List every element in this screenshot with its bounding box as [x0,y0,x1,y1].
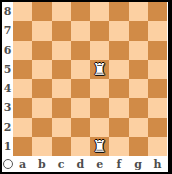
square-c7[interactable] [52,21,71,40]
white-rook[interactable]: ♜ [92,60,106,79]
rank-label-7: 7 [2,21,13,40]
square-d3[interactable] [71,98,90,117]
square-h8[interactable] [148,2,167,21]
square-g8[interactable] [129,2,148,21]
chess-board-window: 8765♜4321♜abcdefgh [0,0,172,174]
square-e2[interactable] [90,118,109,137]
rank-label-3: 3 [2,98,13,117]
square-a3[interactable] [13,98,32,117]
square-a7[interactable] [13,21,32,40]
square-g6[interactable] [129,41,148,60]
square-e5[interactable]: ♜ [90,60,109,79]
square-f3[interactable] [109,98,128,117]
square-c4[interactable] [52,79,71,98]
square-c5[interactable] [52,60,71,79]
file-label-e: e [90,156,109,172]
square-b6[interactable] [32,41,51,60]
square-a2[interactable] [13,118,32,137]
file-label-b: b [32,156,51,172]
file-label-g: g [129,156,148,172]
square-h6[interactable] [148,41,167,60]
square-e1[interactable]: ♜ [90,137,109,156]
square-g2[interactable] [129,118,148,137]
square-e4[interactable] [90,79,109,98]
square-c8[interactable] [52,2,71,21]
square-g3[interactable] [129,98,148,117]
square-b2[interactable] [32,118,51,137]
square-h4[interactable] [148,79,167,98]
square-d5[interactable] [71,60,90,79]
square-g7[interactable] [129,21,148,40]
rank-label-2: 2 [2,118,13,137]
square-g4[interactable] [129,79,148,98]
chess-board: 8765♜4321♜abcdefgh [2,2,168,172]
square-f7[interactable] [109,21,128,40]
rank-label-6: 6 [2,41,13,60]
square-b5[interactable] [32,60,51,79]
square-c3[interactable] [52,98,71,117]
square-a5[interactable] [13,60,32,79]
square-d1[interactable] [71,137,90,156]
square-b8[interactable] [32,2,51,21]
file-label-h: h [148,156,167,172]
square-d4[interactable] [71,79,90,98]
square-h3[interactable] [148,98,167,117]
square-c1[interactable] [52,137,71,156]
square-d6[interactable] [71,41,90,60]
turn-indicator-white [3,159,13,169]
square-f4[interactable] [109,79,128,98]
square-e8[interactable] [90,2,109,21]
rank-label-8: 8 [2,2,13,21]
square-c2[interactable] [52,118,71,137]
square-f8[interactable] [109,2,128,21]
square-d2[interactable] [71,118,90,137]
square-f1[interactable] [109,137,128,156]
white-rook[interactable]: ♜ [92,137,106,156]
square-d7[interactable] [71,21,90,40]
square-a8[interactable] [13,2,32,21]
square-e3[interactable] [90,98,109,117]
square-g1[interactable] [129,137,148,156]
square-a4[interactable] [13,79,32,98]
square-g5[interactable] [129,60,148,79]
square-c6[interactable] [52,41,71,60]
file-label-a: a [13,156,32,172]
square-e7[interactable] [90,21,109,40]
file-label-c: c [52,156,71,172]
rank-label-1: 1 [2,137,13,156]
square-d8[interactable] [71,2,90,21]
file-label-f: f [109,156,128,172]
rank-label-4: 4 [2,79,13,98]
square-f6[interactable] [109,41,128,60]
square-b1[interactable] [32,137,51,156]
square-a1[interactable] [13,137,32,156]
square-h1[interactable] [148,137,167,156]
file-label-d: d [71,156,90,172]
square-f2[interactable] [109,118,128,137]
rank-label-5: 5 [2,60,13,79]
square-e6[interactable] [90,41,109,60]
square-f5[interactable] [109,60,128,79]
square-a6[interactable] [13,41,32,60]
square-b3[interactable] [32,98,51,117]
square-h7[interactable] [148,21,167,40]
square-h5[interactable] [148,60,167,79]
square-b4[interactable] [32,79,51,98]
square-h2[interactable] [148,118,167,137]
square-b7[interactable] [32,21,51,40]
board-margin: 8765♜4321♜abcdefgh [2,2,168,172]
